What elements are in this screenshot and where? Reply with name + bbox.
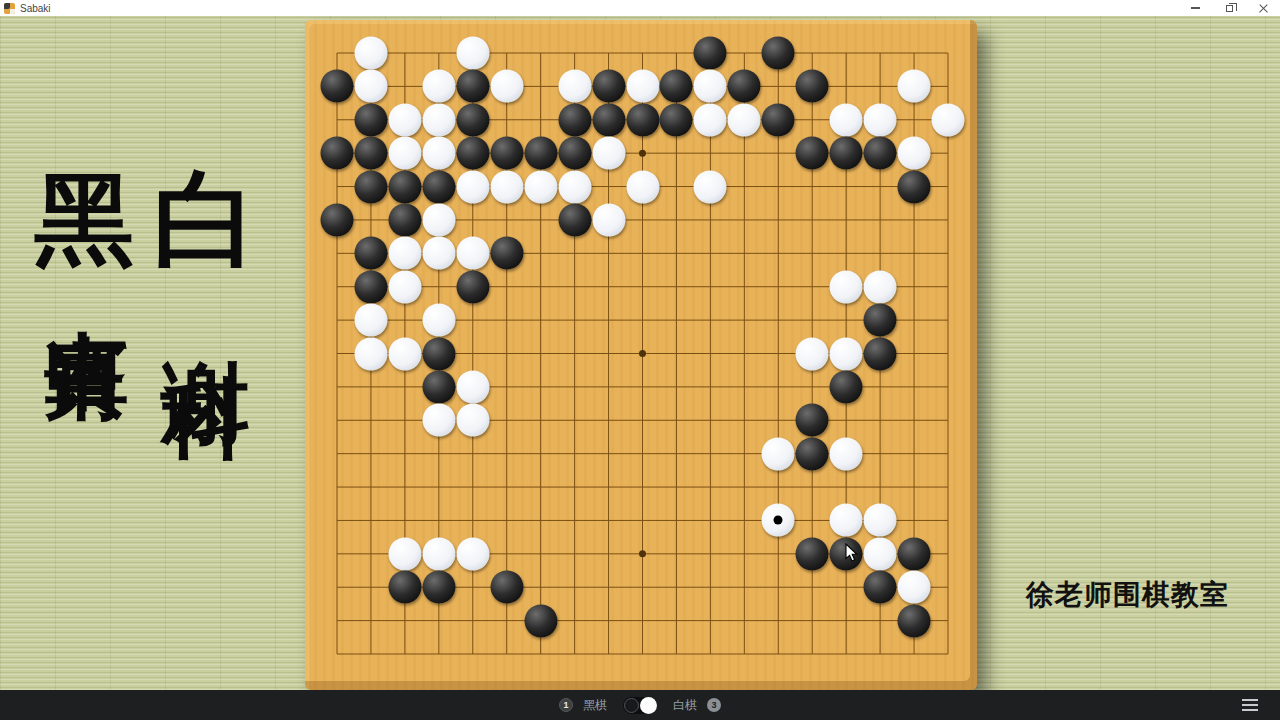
black-stone <box>490 137 523 170</box>
white-stone <box>354 70 387 103</box>
black-player-name: 申真谞 <box>46 262 130 277</box>
close-icon <box>1259 4 1268 13</box>
white-stone <box>898 571 931 604</box>
menu-button[interactable] <box>1242 699 1258 711</box>
black-stone <box>592 103 625 136</box>
black-stone <box>321 203 354 236</box>
black-stone <box>626 103 659 136</box>
white-stone <box>626 170 659 203</box>
white-stone <box>388 270 421 303</box>
white-stone <box>490 170 523 203</box>
go-board[interactable] <box>305 20 977 690</box>
black-stone <box>321 70 354 103</box>
white-stone <box>694 103 727 136</box>
star-point <box>639 350 646 357</box>
white-stone <box>422 537 455 570</box>
black-stone <box>830 370 863 403</box>
black-stone <box>490 237 523 270</box>
white-stone <box>388 237 421 270</box>
white-stone <box>354 37 387 70</box>
white-player-bar-label: 白棋 <box>673 697 697 714</box>
window-title: Sabaki <box>20 3 51 14</box>
white-stone <box>456 404 489 437</box>
black-stone <box>524 137 557 170</box>
black-stone <box>660 70 693 103</box>
black-stone <box>864 304 897 337</box>
white-stone <box>626 70 659 103</box>
white-stone <box>898 70 931 103</box>
board-grid <box>337 53 948 654</box>
black-stone <box>558 103 591 136</box>
black-stone-toggle-icon <box>624 698 639 713</box>
minimize-icon <box>1191 7 1200 9</box>
black-stone <box>354 103 387 136</box>
star-point <box>639 550 646 557</box>
black-stone <box>422 337 455 370</box>
white-stone <box>354 337 387 370</box>
white-stone <box>830 337 863 370</box>
title-bar: Sabaki <box>0 0 1280 16</box>
white-stone <box>592 137 625 170</box>
white-stone <box>422 237 455 270</box>
black-stone <box>321 137 354 170</box>
black-stone <box>456 137 489 170</box>
white-stone <box>388 537 421 570</box>
white-stone <box>932 103 965 136</box>
black-stone <box>660 103 693 136</box>
black-stone <box>796 537 829 570</box>
black-stone <box>864 137 897 170</box>
white-stone <box>422 137 455 170</box>
white-stone <box>456 37 489 70</box>
white-stone <box>830 103 863 136</box>
white-stone <box>694 70 727 103</box>
white-stone <box>388 137 421 170</box>
black-stone <box>422 170 455 203</box>
black-stone <box>354 270 387 303</box>
restore-window-icon <box>1226 5 1233 12</box>
white-stone <box>830 270 863 303</box>
white-stone <box>422 304 455 337</box>
black-stone <box>354 237 387 270</box>
main-area: 黑 申真谞 白 谢科 徐老师围棋教室 <box>0 16 1280 690</box>
window-controls <box>1178 0 1280 16</box>
black-stone <box>456 270 489 303</box>
black-captures-badge: 1 <box>559 698 573 712</box>
black-stone <box>796 404 829 437</box>
white-stone <box>694 170 727 203</box>
white-stone <box>456 370 489 403</box>
black-stone <box>864 571 897 604</box>
white-stone <box>422 203 455 236</box>
black-stone <box>388 571 421 604</box>
white-stone <box>830 437 863 470</box>
black-stone <box>830 137 863 170</box>
black-stone <box>898 170 931 203</box>
white-stone <box>762 437 795 470</box>
black-stone <box>354 170 387 203</box>
white-stone <box>388 337 421 370</box>
white-stone <box>558 70 591 103</box>
black-stone <box>728 70 761 103</box>
white-stone <box>456 170 489 203</box>
white-stone <box>728 103 761 136</box>
white-stone <box>422 70 455 103</box>
black-stone <box>762 37 795 70</box>
white-stone <box>354 304 387 337</box>
white-stone <box>864 504 897 537</box>
white-stone <box>422 103 455 136</box>
player-turn-toggle[interactable] <box>623 697 657 714</box>
black-stone <box>864 337 897 370</box>
white-stone <box>558 170 591 203</box>
white-stone <box>456 537 489 570</box>
black-stone <box>558 137 591 170</box>
black-stone <box>796 437 829 470</box>
black-player-bar-label: 黑棋 <box>583 697 607 714</box>
app-icon <box>4 3 15 14</box>
black-stone <box>456 70 489 103</box>
black-stone <box>354 137 387 170</box>
black-stone <box>592 70 625 103</box>
black-stone <box>490 571 523 604</box>
minimize-button[interactable] <box>1178 0 1212 16</box>
white-stone <box>592 203 625 236</box>
white-stone <box>898 137 931 170</box>
black-stone <box>558 203 591 236</box>
arrow-cursor-icon <box>845 543 859 563</box>
black-stone <box>694 37 727 70</box>
black-stone <box>524 604 557 637</box>
white-stone <box>490 70 523 103</box>
white-stone <box>796 337 829 370</box>
white-stone <box>830 504 863 537</box>
sabaki-window: Sabaki 黑 申真谞 白 谢科 徐老师围棋教室 1 黑棋 白棋 3 <box>0 0 1280 720</box>
black-stone <box>762 103 795 136</box>
black-stone <box>388 203 421 236</box>
white-stone <box>864 270 897 303</box>
white-stone <box>422 404 455 437</box>
white-player-name: 谢科 <box>162 288 250 318</box>
black-stone <box>422 370 455 403</box>
white-stone <box>864 537 897 570</box>
watermark-text: 徐老师围棋教室 <box>1026 576 1229 614</box>
black-stone <box>422 571 455 604</box>
status-bar: 1 黑棋 白棋 3 <box>0 690 1280 720</box>
white-stone <box>524 170 557 203</box>
white-captures-badge: 3 <box>707 698 721 712</box>
close-button[interactable] <box>1246 0 1280 16</box>
black-stone <box>456 103 489 136</box>
black-stone <box>898 537 931 570</box>
white-stone <box>456 237 489 270</box>
black-stone <box>388 170 421 203</box>
white-stone <box>388 103 421 136</box>
maximize-button[interactable] <box>1212 0 1246 16</box>
black-stone <box>796 137 829 170</box>
black-stone <box>898 604 931 637</box>
white-stone-toggle-knob <box>640 697 657 714</box>
black-stone <box>796 70 829 103</box>
last-move-marker <box>774 516 783 525</box>
white-stone <box>864 103 897 136</box>
star-point <box>639 150 646 157</box>
